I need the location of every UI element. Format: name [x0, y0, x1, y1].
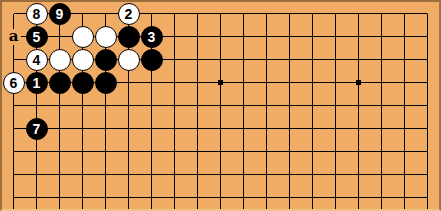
white-stone: 8: [26, 3, 48, 25]
black-stone: [72, 72, 94, 94]
black-stone: 3: [141, 26, 163, 48]
move-number: 3: [148, 30, 156, 44]
white-stone: [95, 26, 117, 48]
move-number: 6: [10, 76, 18, 90]
black-stone: [118, 26, 140, 48]
move-number: 2: [125, 7, 133, 21]
move-number: 5: [33, 30, 41, 44]
white-stone: 4: [26, 49, 48, 71]
white-stone: [72, 26, 94, 48]
black-stone: [49, 72, 71, 94]
move-number: 1: [33, 76, 41, 90]
black-stone: 9: [49, 3, 71, 25]
white-stone: [72, 49, 94, 71]
white-stone: [118, 49, 140, 71]
black-stone: 1: [26, 72, 48, 94]
stones-layer: 892534617a: [2, 2, 439, 209]
move-number: 4: [33, 53, 41, 67]
black-stone: [95, 72, 117, 94]
black-stone: [141, 49, 163, 71]
move-number: 8: [33, 7, 41, 21]
black-stone: [95, 49, 117, 71]
move-number: 9: [56, 7, 64, 21]
black-stone: 5: [26, 26, 48, 48]
go-board: 892534617a: [0, 0, 441, 211]
white-stone: 2: [118, 3, 140, 25]
black-stone: 7: [26, 118, 48, 140]
move-number: 7: [33, 122, 41, 136]
white-stone: 6: [3, 72, 25, 94]
white-stone: [49, 49, 71, 71]
go-diagram: 892534617a: [0, 0, 441, 211]
point-label-a: a: [7, 29, 21, 45]
